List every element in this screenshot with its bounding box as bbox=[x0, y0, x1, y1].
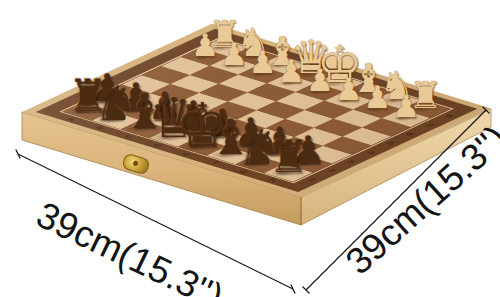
product-photo-canvas: abcdefgh12345678 ♜♞♝♛♚♝♞♜♟♟♟♟♟♟♟♟♟♟♟♟♟♟♟… bbox=[0, 0, 500, 297]
